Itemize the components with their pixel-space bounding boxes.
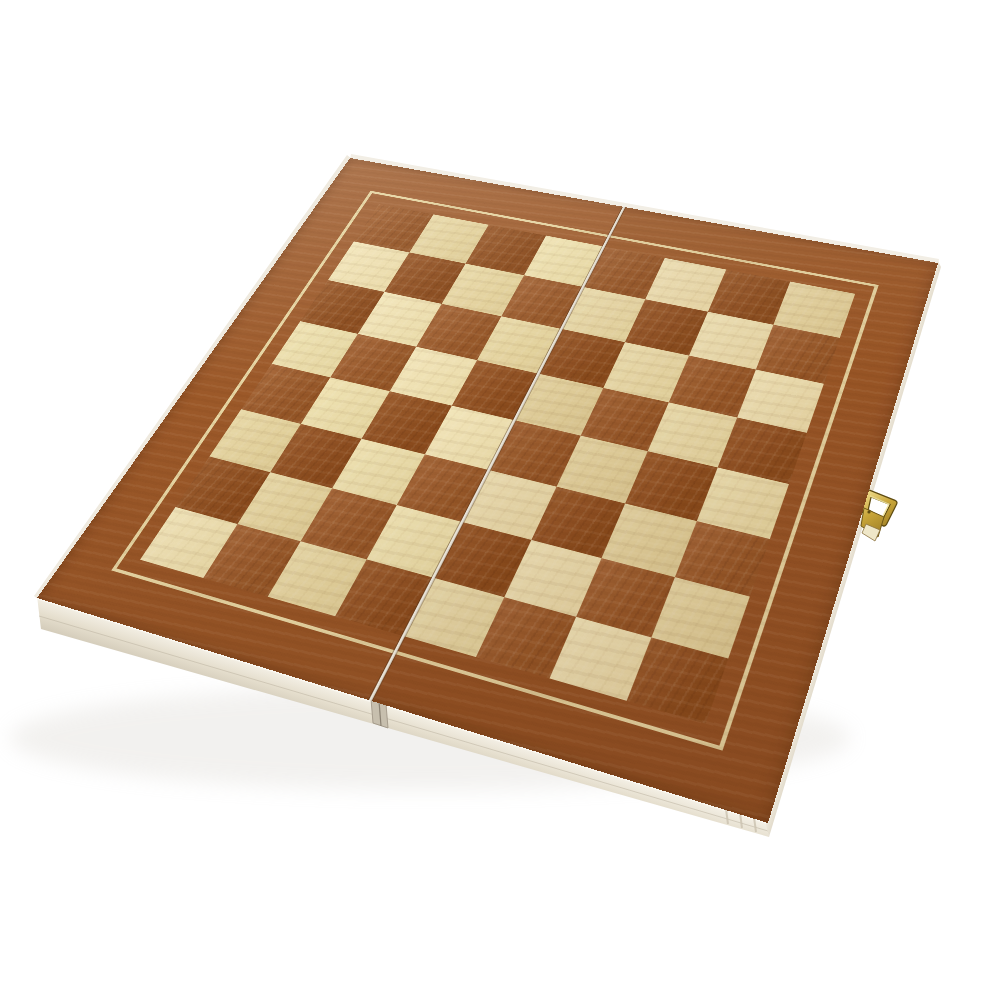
product-photo-scene xyxy=(0,0,1000,1000)
